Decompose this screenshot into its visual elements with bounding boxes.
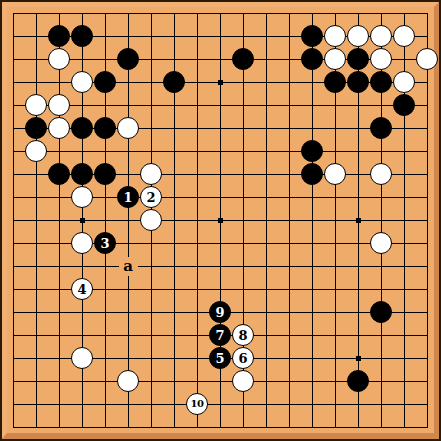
move-10-white-stone-ir: 10	[186, 393, 208, 415]
move-number: 4	[77, 283, 86, 296]
white-stone-ce	[48, 94, 70, 116]
black-stone-nc	[301, 48, 323, 70]
white-stone-sc	[416, 48, 438, 70]
black-stone-hd	[163, 71, 185, 93]
black-stone-ef	[94, 117, 116, 139]
white-stone-be	[25, 94, 47, 116]
move-5-black-stone-jp: 5	[209, 347, 231, 369]
black-stone-pq	[347, 370, 369, 392]
black-stone-qf	[370, 117, 392, 139]
white-stone-qh	[370, 163, 392, 185]
white-stone-fq	[117, 370, 139, 392]
go-diagram: 12349785610a	[0, 0, 441, 441]
move-number: 8	[238, 329, 247, 342]
point-label-fl: a	[119, 257, 138, 276]
move-3-black-stone-ek: 3	[94, 232, 116, 254]
white-stone-gj	[140, 209, 162, 231]
white-stone-oh	[324, 163, 346, 185]
move-1-black-stone-fi: 1	[117, 186, 139, 208]
black-stone-ed	[94, 71, 116, 93]
star-point	[356, 218, 361, 223]
black-stone-qd	[370, 71, 392, 93]
move-number: 1	[123, 191, 132, 204]
black-stone-od	[324, 71, 346, 93]
move-number: 7	[215, 329, 224, 342]
black-stone-fc	[117, 48, 139, 70]
star-point	[356, 356, 361, 361]
move-7-black-stone-jo: 7	[209, 324, 231, 346]
black-stone-qn	[370, 301, 392, 323]
white-stone-qk	[370, 232, 392, 254]
black-stone-nh	[301, 163, 323, 185]
star-point	[218, 218, 223, 223]
black-stone-nb	[301, 25, 323, 47]
black-stone-dh	[71, 163, 93, 185]
white-stone-kq	[232, 370, 254, 392]
black-stone-ch	[48, 163, 70, 185]
white-stone-rd	[393, 71, 415, 93]
move-number: 10	[191, 399, 204, 409]
white-stone-cc	[48, 48, 70, 70]
white-stone-pb	[347, 25, 369, 47]
black-stone-ng	[301, 140, 323, 162]
move-2-white-stone-gi: 2	[140, 186, 162, 208]
go-board: 12349785610a	[2, 2, 439, 439]
white-stone-bg	[25, 140, 47, 162]
white-stone-dd	[71, 71, 93, 93]
white-stone-qc	[370, 48, 392, 70]
move-number: 2	[146, 191, 155, 204]
move-number: 9	[215, 306, 224, 319]
black-stone-pc	[347, 48, 369, 70]
star-point	[218, 80, 223, 85]
black-stone-kc	[232, 48, 254, 70]
black-stone-pd	[347, 71, 369, 93]
white-stone-ff	[117, 117, 139, 139]
white-stone-dp	[71, 347, 93, 369]
move-number: 5	[215, 352, 224, 365]
black-stone-eh	[94, 163, 116, 185]
white-stone-oc	[324, 48, 346, 70]
white-stone-dk	[71, 232, 93, 254]
black-stone-re	[393, 94, 415, 116]
move-number: 6	[238, 352, 247, 365]
white-stone-cf	[48, 117, 70, 139]
black-stone-df	[71, 117, 93, 139]
white-stone-qb	[370, 25, 392, 47]
black-stone-db	[71, 25, 93, 47]
white-stone-gh	[140, 163, 162, 185]
move-number: 3	[100, 237, 109, 250]
star-point	[80, 218, 85, 223]
move-6-white-stone-kp: 6	[232, 347, 254, 369]
white-stone-rb	[393, 25, 415, 47]
white-stone-ob	[324, 25, 346, 47]
move-9-black-stone-jn: 9	[209, 301, 231, 323]
black-stone-cb	[48, 25, 70, 47]
white-stone-di	[71, 186, 93, 208]
move-8-white-stone-ko: 8	[232, 324, 254, 346]
move-4-white-stone-dm: 4	[71, 278, 93, 300]
black-stone-bf	[25, 117, 47, 139]
